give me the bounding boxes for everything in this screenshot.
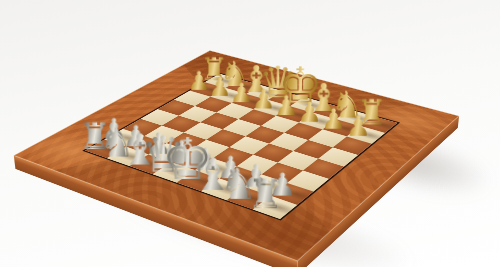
piece-gold-pawn: ♟	[321, 106, 346, 134]
chessboard: ♜♞♝♛♚♝♞♜♟♟♟♟♟♟♟♟♟♟♟♟♟♟♟♟♜♞♝♛♚♝♞♜	[14, 51, 459, 262]
piece-gold-pawn: ♟	[230, 80, 254, 106]
square-h4	[303, 159, 344, 179]
piece-gold-pawn: ♟	[252, 86, 276, 113]
photo-backdrop: ♜♞♝♛♚♝♞♜♟♟♟♟♟♟♟♟♟♟♟♟♟♟♟♟♜♞♝♛♚♝♞♜	[0, 0, 500, 267]
piece-gold-pawn: ♟	[297, 99, 322, 127]
piece-gold-pawn: ♟	[274, 93, 298, 120]
piece-gold-pawn: ♟	[208, 74, 231, 100]
scene: ♜♞♝♛♚♝♞♜♟♟♟♟♟♟♟♟♟♟♟♟♟♟♟♟♜♞♝♛♚♝♞♜	[0, 0, 500, 267]
piece-gold-pawn: ♟	[346, 113, 371, 141]
piece-gold-pawn: ♟	[187, 69, 210, 95]
piece-silver-rook: ♜	[247, 175, 283, 215]
